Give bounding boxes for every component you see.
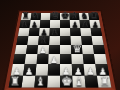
black-pawn[interactable]: ♟ — [31, 20, 38, 28]
square-c4[interactable]: ♟ — [37, 45, 49, 54]
square-b8[interactable]: ♞ — [31, 13, 41, 20]
square-c7[interactable] — [40, 20, 50, 28]
white-bishop[interactable]: ♝ — [74, 76, 85, 89]
square-f4[interactable]: ♛ — [71, 45, 83, 54]
square-f7[interactable]: ♟ — [70, 20, 80, 28]
black-bishop[interactable]: ♝ — [39, 35, 48, 46]
square-h8[interactable]: ♜ — [88, 13, 99, 20]
square-e4[interactable] — [60, 45, 71, 54]
board-perspective-scene: ♜♞♛♚♝♞♜♟♟♟♟♟♟♟♝♟♛♟♟♟♟♟♟♟♜♝♚♝♜ — [4, 0, 116, 90]
square-d5[interactable] — [49, 36, 60, 45]
white-king[interactable]: ♚ — [61, 75, 73, 89]
black-pawn[interactable]: ♟ — [92, 20, 99, 28]
square-d6[interactable]: ♟ — [49, 28, 60, 36]
square-h7[interactable]: ♟ — [89, 20, 100, 28]
square-f6[interactable] — [70, 28, 81, 36]
square-c3[interactable] — [36, 54, 48, 64]
square-h6[interactable] — [90, 28, 102, 36]
square-f8[interactable]: ♝ — [69, 13, 79, 20]
square-b3[interactable] — [25, 54, 38, 64]
square-d8[interactable]: ♛ — [50, 13, 60, 20]
chess-board: ♜♞♛♚♝♞♜♟♟♟♟♟♟♟♝♟♛♟♟♟♟♟♟♟♜♝♚♝♜ — [4, 11, 116, 90]
white-queen[interactable]: ♛ — [72, 43, 82, 55]
square-d3[interactable]: ♟ — [48, 54, 60, 64]
square-g2[interactable]: ♟ — [84, 64, 97, 75]
square-g1[interactable] — [85, 75, 99, 87]
white-pawn[interactable]: ♟ — [86, 66, 95, 76]
square-e6[interactable] — [60, 28, 71, 36]
square-g7[interactable]: ♟ — [80, 20, 91, 28]
black-pawn[interactable]: ♟ — [82, 20, 89, 28]
white-pawn[interactable]: ♟ — [50, 55, 58, 65]
white-rook[interactable]: ♜ — [99, 76, 110, 89]
square-e8[interactable]: ♚ — [60, 13, 70, 20]
square-a1[interactable]: ♜ — [9, 75, 23, 87]
white-pawn[interactable]: ♟ — [25, 66, 34, 76]
square-e7[interactable] — [60, 20, 70, 28]
square-g8[interactable]: ♞ — [79, 13, 89, 20]
square-h1[interactable]: ♜ — [97, 75, 111, 87]
square-b4[interactable] — [26, 45, 38, 54]
black-pawn[interactable]: ♟ — [72, 20, 79, 28]
square-e3[interactable] — [60, 54, 72, 64]
square-h5[interactable] — [92, 36, 104, 45]
chess-app-window: ♜♞♛♚♝♞♜♟♟♟♟♟♟♟♝♟♛♟♟♟♟♟♟♟♜♝♚♝♜ — [0, 0, 120, 90]
square-d7[interactable] — [50, 20, 60, 28]
square-f1[interactable]: ♝ — [72, 75, 85, 87]
white-bishop[interactable]: ♝ — [35, 76, 46, 89]
black-pawn[interactable]: ♟ — [51, 28, 58, 37]
square-d2[interactable] — [48, 64, 60, 75]
square-c1[interactable]: ♝ — [34, 75, 47, 87]
square-d1[interactable] — [47, 75, 60, 87]
square-h4[interactable] — [93, 45, 106, 54]
black-king[interactable]: ♚ — [61, 11, 70, 21]
square-e1[interactable]: ♚ — [60, 75, 73, 87]
square-f3[interactable] — [71, 54, 83, 64]
black-queen[interactable]: ♛ — [51, 11, 60, 21]
square-c8[interactable] — [40, 13, 50, 20]
white-rook[interactable]: ♜ — [10, 76, 21, 89]
white-pawn[interactable]: ♟ — [39, 45, 47, 54]
square-h3[interactable] — [94, 54, 107, 64]
square-b1[interactable] — [21, 75, 35, 87]
square-c5[interactable]: ♝ — [38, 36, 49, 45]
square-e5[interactable] — [60, 36, 71, 45]
square-d4[interactable] — [49, 45, 60, 54]
black-pawn[interactable]: ♟ — [21, 20, 28, 28]
